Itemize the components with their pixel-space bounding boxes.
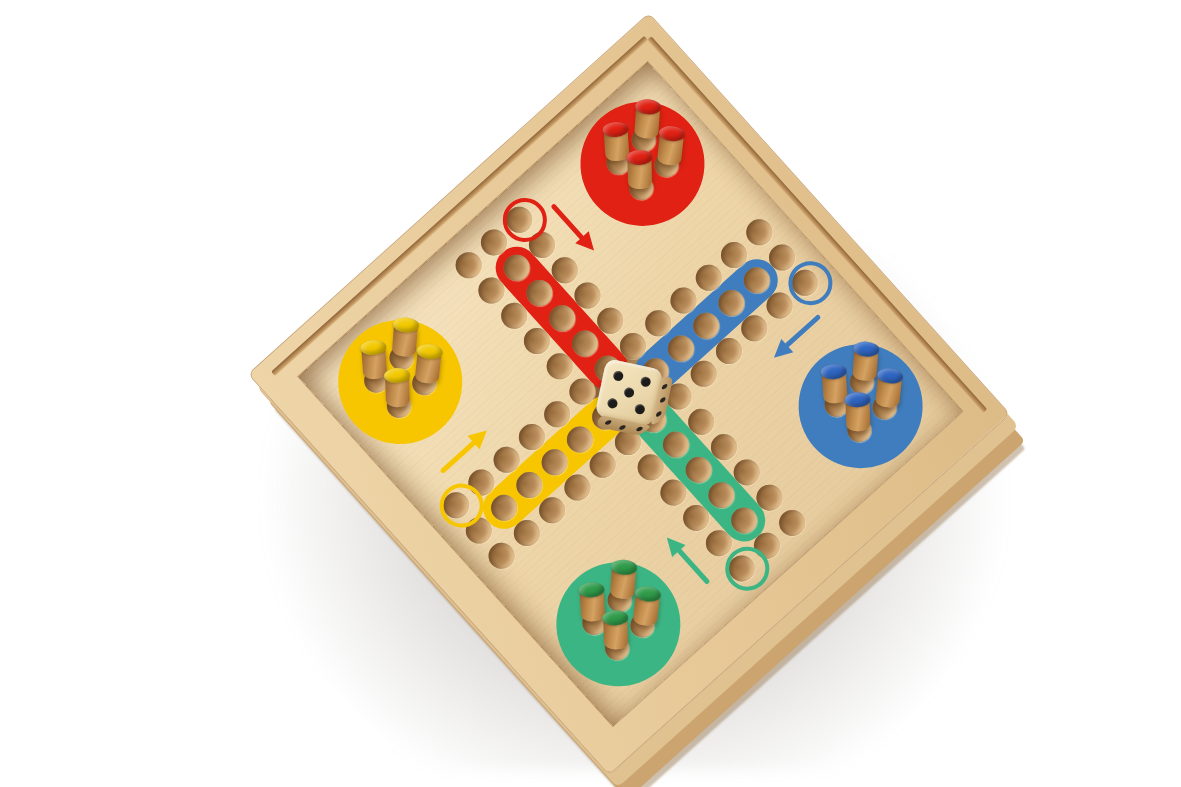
die[interactable] bbox=[595, 358, 664, 427]
die-front-pip-3 bbox=[635, 426, 644, 431]
arrow-shaft-yellow bbox=[439, 440, 476, 474]
peg-blue-4[interactable] bbox=[875, 367, 903, 411]
peg-green-3[interactable] bbox=[603, 610, 628, 653]
track-hole bbox=[774, 505, 811, 542]
arrow-shaft-blue bbox=[784, 314, 821, 348]
track-hole bbox=[483, 537, 520, 574]
die-front-pip-1 bbox=[604, 420, 613, 425]
peg-blue-2[interactable] bbox=[852, 341, 879, 385]
die-pip-5 bbox=[634, 403, 646, 415]
peg-red-2[interactable] bbox=[634, 99, 661, 143]
peg-green-4[interactable] bbox=[632, 585, 660, 629]
die-side-pip-2 bbox=[660, 397, 666, 403]
scene bbox=[0, 0, 1181, 787]
peg-red-3[interactable] bbox=[627, 150, 652, 193]
die-pip-4 bbox=[607, 397, 619, 409]
die-side-pip-3 bbox=[656, 411, 662, 417]
die-side-pip-1 bbox=[661, 383, 667, 389]
peg-blue-3[interactable] bbox=[845, 392, 870, 435]
peg-green-2[interactable] bbox=[610, 559, 637, 603]
peg-yellow-4[interactable] bbox=[414, 343, 442, 387]
die-pip-1 bbox=[612, 370, 624, 382]
track-hole bbox=[741, 214, 778, 251]
peg-yellow-2[interactable] bbox=[392, 317, 419, 361]
peg-yellow-3[interactable] bbox=[385, 368, 410, 411]
track-hole bbox=[450, 247, 487, 284]
arrow-shaft-green bbox=[676, 548, 710, 585]
peg-red-4[interactable] bbox=[656, 125, 684, 169]
die-pip-3 bbox=[623, 387, 635, 399]
arrow-shaft-red bbox=[551, 203, 585, 240]
die-pip-2 bbox=[640, 376, 652, 388]
die-front-pip-2 bbox=[618, 425, 627, 430]
